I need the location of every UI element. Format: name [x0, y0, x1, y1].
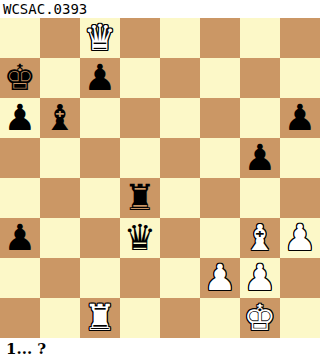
- square-g8[interactable]: [240, 18, 280, 58]
- square-g2[interactable]: ♟: [240, 258, 280, 298]
- white-rook-c1[interactable]: ♜: [84, 298, 116, 338]
- square-a8[interactable]: [0, 18, 40, 58]
- square-e5[interactable]: [160, 138, 200, 178]
- black-pawn-a3[interactable]: ♟: [4, 218, 36, 258]
- square-a6[interactable]: ♟: [0, 98, 40, 138]
- square-e6[interactable]: [160, 98, 200, 138]
- square-b4[interactable]: [40, 178, 80, 218]
- square-b8[interactable]: [40, 18, 80, 58]
- square-c5[interactable]: [80, 138, 120, 178]
- square-h4[interactable]: [280, 178, 320, 218]
- square-g1[interactable]: ♚: [240, 298, 280, 338]
- square-d3[interactable]: ♛: [120, 218, 160, 258]
- square-e7[interactable]: [160, 58, 200, 98]
- square-h8[interactable]: [280, 18, 320, 58]
- square-f8[interactable]: [200, 18, 240, 58]
- square-c1[interactable]: ♜: [80, 298, 120, 338]
- square-f5[interactable]: [200, 138, 240, 178]
- square-f2[interactable]: ♟: [200, 258, 240, 298]
- white-pawn-g2[interactable]: ♟: [244, 258, 276, 298]
- black-king-a7[interactable]: ♚: [4, 58, 36, 98]
- square-d5[interactable]: [120, 138, 160, 178]
- white-king-g1[interactable]: ♚: [244, 298, 276, 338]
- square-d2[interactable]: [120, 258, 160, 298]
- square-c8[interactable]: ♛: [80, 18, 120, 58]
- square-f6[interactable]: [200, 98, 240, 138]
- square-b7[interactable]: [40, 58, 80, 98]
- square-c6[interactable]: [80, 98, 120, 138]
- square-g6[interactable]: [240, 98, 280, 138]
- square-h3[interactable]: ♟: [280, 218, 320, 258]
- square-e8[interactable]: [160, 18, 200, 58]
- square-a5[interactable]: [0, 138, 40, 178]
- move-prompt: 1... ?: [0, 338, 320, 360]
- square-e3[interactable]: [160, 218, 200, 258]
- square-a3[interactable]: ♟: [0, 218, 40, 258]
- square-b5[interactable]: [40, 138, 80, 178]
- square-e4[interactable]: [160, 178, 200, 218]
- square-d6[interactable]: [120, 98, 160, 138]
- white-queen-c8[interactable]: ♛: [84, 18, 116, 58]
- square-d1[interactable]: [120, 298, 160, 338]
- square-g4[interactable]: [240, 178, 280, 218]
- square-e1[interactable]: [160, 298, 200, 338]
- square-h7[interactable]: [280, 58, 320, 98]
- square-a7[interactable]: ♚: [0, 58, 40, 98]
- square-d8[interactable]: [120, 18, 160, 58]
- square-h2[interactable]: [280, 258, 320, 298]
- square-f1[interactable]: [200, 298, 240, 338]
- white-pawn-f2[interactable]: ♟: [204, 258, 236, 298]
- square-a1[interactable]: [0, 298, 40, 338]
- square-h1[interactable]: [280, 298, 320, 338]
- square-e2[interactable]: [160, 258, 200, 298]
- square-b1[interactable]: [40, 298, 80, 338]
- square-g7[interactable]: [240, 58, 280, 98]
- square-b2[interactable]: [40, 258, 80, 298]
- white-pawn-h3[interactable]: ♟: [284, 218, 316, 258]
- square-c2[interactable]: [80, 258, 120, 298]
- square-d4[interactable]: ♜: [120, 178, 160, 218]
- square-g5[interactable]: ♟: [240, 138, 280, 178]
- square-a2[interactable]: [0, 258, 40, 298]
- square-b3[interactable]: [40, 218, 80, 258]
- black-queen-d3[interactable]: ♛: [124, 218, 156, 258]
- square-h5[interactable]: [280, 138, 320, 178]
- chess-board: ♛♚♟♟♝♟♟♜♟♛♝♟♟♟♜♚: [0, 18, 320, 338]
- square-c4[interactable]: [80, 178, 120, 218]
- square-b6[interactable]: ♝: [40, 98, 80, 138]
- black-pawn-c7[interactable]: ♟: [84, 58, 116, 98]
- square-h6[interactable]: ♟: [280, 98, 320, 138]
- square-a4[interactable]: [0, 178, 40, 218]
- square-f4[interactable]: [200, 178, 240, 218]
- square-f3[interactable]: [200, 218, 240, 258]
- square-d7[interactable]: [120, 58, 160, 98]
- black-pawn-h6[interactable]: ♟: [284, 98, 316, 138]
- square-c7[interactable]: ♟: [80, 58, 120, 98]
- square-c3[interactable]: [80, 218, 120, 258]
- square-f7[interactable]: [200, 58, 240, 98]
- white-bishop-g3[interactable]: ♝: [244, 218, 276, 258]
- black-rook-d4[interactable]: ♜: [124, 178, 156, 218]
- black-pawn-g5[interactable]: ♟: [244, 138, 276, 178]
- puzzle-title: WCSAC.0393: [0, 0, 320, 18]
- square-g3[interactable]: ♝: [240, 218, 280, 258]
- black-bishop-b6[interactable]: ♝: [44, 98, 76, 138]
- black-pawn-a6[interactable]: ♟: [4, 98, 36, 138]
